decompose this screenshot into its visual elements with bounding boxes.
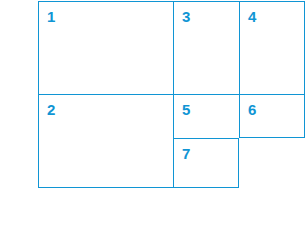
region-6-label: 6 — [248, 102, 256, 117]
numbered-region-diagram: 1 3 4 2 5 6 7 — [38, 1, 305, 188]
region-4-label: 4 — [248, 9, 256, 24]
region-7-label: 7 — [182, 146, 190, 161]
region-3: 3 — [173, 1, 239, 94]
region-1-label: 1 — [47, 9, 55, 24]
figure-canvas: 1 3 4 2 5 6 7 — [0, 0, 307, 230]
region-3-label: 3 — [182, 9, 190, 24]
region-2-label: 2 — [47, 102, 55, 117]
open-region — [239, 138, 305, 188]
region-4: 4 — [239, 1, 305, 94]
region-5-label: 5 — [182, 102, 190, 117]
region-5: 5 — [173, 94, 239, 138]
region-1: 1 — [38, 1, 173, 94]
region-2: 2 — [38, 94, 173, 188]
region-6: 6 — [239, 94, 305, 138]
region-7: 7 — [173, 138, 239, 188]
